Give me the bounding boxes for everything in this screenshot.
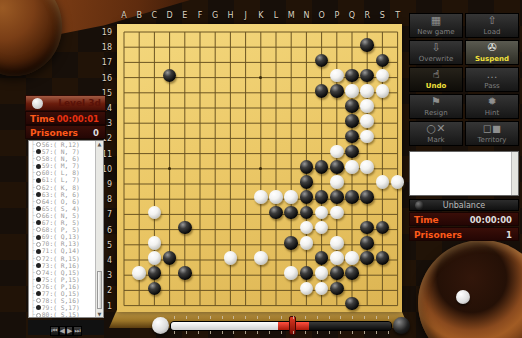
slider-tick (281, 331, 282, 334)
slider-tick (293, 331, 294, 334)
first-move-button[interactable]: ⏮ (50, 326, 58, 336)
white-prisoners-bar: Prisoners 0 (25, 125, 106, 139)
row-label-17: 17 (98, 58, 112, 67)
black-move-icon (36, 263, 41, 268)
resign-icon: ⚑ (410, 95, 462, 109)
white-stone-S9 (376, 175, 390, 189)
black-stone-knob[interactable] (393, 317, 410, 334)
slider-tick (388, 331, 389, 334)
white-stone-P16 (330, 69, 344, 83)
col-label-E: E (179, 11, 191, 20)
move-row-64[interactable]: ├64:( O, 6) (29, 198, 103, 205)
white-move-icon (36, 171, 41, 176)
black-stone-R4 (360, 251, 374, 265)
black-stone-N10 (300, 160, 314, 174)
move-row-79[interactable]: ├79:( S,17) (29, 304, 103, 311)
black-move-icon (36, 192, 41, 197)
suspend-button[interactable]: ✇Suspend (465, 40, 519, 65)
col-label-N: N (300, 11, 312, 20)
undo-button[interactable]: ☝Undo (409, 67, 463, 92)
white-move-icon (36, 185, 41, 190)
slider-tick (222, 331, 223, 334)
slider-tick (376, 331, 377, 334)
unbalance-bar[interactable]: Unbalance (409, 199, 519, 211)
slider-tick (198, 316, 199, 319)
white-stone-R13 (360, 114, 374, 128)
white-stone-K8 (254, 190, 268, 204)
slider-tick (186, 331, 187, 334)
slider-tick (352, 331, 353, 334)
move-row-60[interactable]: ├60:( L, 8) (29, 169, 103, 176)
black-move-icon (36, 249, 41, 254)
move-row-65[interactable]: ├65:( S, 4) (29, 205, 103, 212)
mark-button[interactable]: ○✕Mark (409, 121, 463, 146)
slider-tick (186, 316, 187, 319)
white-stone-K4 (254, 251, 268, 265)
prisoners-value: 1 (506, 230, 512, 240)
black-move-icon (36, 206, 41, 211)
black-stone-Q11 (345, 145, 359, 159)
col-label-M: M (285, 11, 297, 20)
pass-label: Pass (466, 82, 518, 90)
slider-tick (210, 316, 211, 319)
col-label-Q: Q (346, 11, 358, 20)
black-stone-Q14 (345, 99, 359, 113)
move-row-78[interactable]: ├78:( S,16) (29, 297, 103, 304)
black-stone-Q12 (345, 130, 359, 144)
move-row-72[interactable]: ├72:( R,15) (29, 255, 103, 262)
move-row-56[interactable]: ├56:( R,12) (29, 141, 103, 148)
col-label-L: L (270, 11, 282, 20)
white-move-icon (36, 227, 41, 232)
white-stone-P9 (330, 175, 344, 189)
territory-button[interactable]: ◻◼Territory (465, 121, 519, 146)
slider-tick (233, 316, 234, 319)
col-label-K: K (255, 11, 267, 20)
move-row-67[interactable]: ├67:( R, 5) (29, 219, 103, 226)
col-label-F: F (194, 11, 206, 20)
move-row-77[interactable]: ├77:( O,15) (29, 290, 103, 297)
time-value: 00:00:00 (470, 215, 512, 225)
slider-tick (305, 316, 306, 319)
slider-tick (245, 331, 246, 334)
black-stone-P2 (330, 282, 344, 296)
col-label-P: P (331, 11, 343, 20)
white-time-bar: Time 00:00:01 (25, 111, 106, 125)
move-row-73[interactable]: ├73:( R,16) (29, 262, 103, 269)
white-stone-Q15 (345, 84, 359, 98)
slider-tick (352, 316, 353, 319)
black-move-icon (36, 178, 41, 183)
white-stone-R15 (360, 84, 374, 98)
black-stone-E3 (178, 266, 192, 280)
load-button[interactable]: ⇧Load (465, 13, 519, 38)
col-label-C: C (148, 11, 160, 20)
col-label-G: G (209, 11, 221, 20)
time-label: Time (30, 114, 55, 124)
hint-button[interactable]: ✹Hint (465, 94, 519, 119)
move-row-61[interactable]: ├61:( L, 7) (29, 176, 103, 183)
pass-icon: … (466, 68, 518, 82)
white-stone-S15 (376, 84, 390, 98)
slider-tick (174, 316, 175, 319)
prisoners-label: Prisoners (30, 128, 78, 138)
mark-icon: ○✕ (410, 122, 462, 136)
black-stone-C3 (148, 266, 162, 280)
white-stone-M8 (284, 190, 298, 204)
new-game-icon: ▦ (410, 14, 462, 28)
white-stone-L8 (269, 190, 283, 204)
row-label-19: 19 (98, 28, 112, 37)
prisoners-label: Prisoners (414, 230, 462, 240)
black-stone-S4 (376, 251, 390, 265)
slider-tick (257, 316, 258, 319)
slider-tick (257, 331, 258, 334)
row-label-18: 18 (98, 43, 112, 52)
hint-icon: ✹ (466, 95, 518, 109)
time-value: 00:00:01 (57, 114, 99, 124)
black-stone-R8 (360, 190, 374, 204)
black-move-icon (36, 149, 41, 154)
white-move-icon (36, 242, 41, 247)
slider-tick (233, 331, 234, 334)
move-row-63[interactable]: ├63:( R, 6) (29, 191, 103, 198)
white-move-icon (36, 298, 41, 303)
black-stone-E6 (178, 221, 192, 235)
col-label-O: O (316, 11, 328, 20)
slider-tick (317, 331, 318, 334)
slider-tick (293, 316, 294, 319)
black-stone-O15 (315, 84, 329, 98)
slider-tick (317, 316, 318, 319)
move-nav-bar: ⏮◀▶⏭ (28, 320, 104, 335)
black-stone-L7 (269, 206, 283, 220)
suspend-icon: ✇ (466, 41, 518, 55)
load-icon: ⇧ (466, 14, 518, 28)
slider-tick (210, 331, 211, 334)
white-move-icon (36, 213, 41, 218)
black-stone-Q8 (345, 190, 359, 204)
black-stone-P8 (330, 190, 344, 204)
black-stone-N3 (300, 266, 314, 280)
slider-tick (340, 316, 341, 319)
col-label-D: D (164, 11, 176, 20)
black-stone-O4 (315, 251, 329, 265)
time-label: Time (414, 215, 439, 225)
slider-tick (269, 316, 270, 319)
slider-tick (364, 331, 365, 334)
prev-move-button[interactable]: ◀ (59, 326, 66, 336)
white-stone-P5 (330, 236, 344, 250)
go-app-window: { "game": "go", "board": { "size": 19, "… (0, 0, 522, 338)
undo-icon: ☝ (410, 68, 462, 82)
message-box-scrollbar[interactable] (511, 152, 518, 195)
suspend-label: Suspend (466, 55, 518, 63)
slider-tick (388, 316, 389, 319)
slider-tick (269, 331, 270, 334)
territory-icon: ◻◼ (466, 122, 518, 136)
move-row-76[interactable]: ├76:( P,16) (29, 283, 103, 290)
black-stone-N8 (300, 190, 314, 204)
col-label-A: A (118, 11, 130, 20)
prisoners-value: 0 (93, 128, 99, 138)
col-label-R: R (361, 11, 373, 20)
overwrite-label: Overwrite (410, 55, 462, 63)
black-move-icon (36, 220, 41, 225)
slider-tick (364, 316, 365, 319)
slider-tick (340, 331, 341, 334)
move-row-66[interactable]: ├66:( N, 5) (29, 212, 103, 219)
undo-label: Undo (410, 82, 462, 90)
slider-tick (329, 316, 330, 319)
white-player-stone-icon (32, 98, 43, 109)
white-stone-Q10 (345, 160, 359, 174)
slider-tick (222, 316, 223, 319)
white-stone-R14 (360, 99, 374, 113)
row-label-16: 16 (98, 74, 112, 83)
move-row-80[interactable]: ├80:( S,15) (29, 311, 103, 318)
white-stone-P7 (330, 206, 344, 220)
balance-slider[interactable] (152, 314, 410, 338)
pass-button[interactable]: …Pass (465, 67, 519, 92)
white-stone-C4 (148, 251, 162, 265)
slider-tick (281, 316, 282, 319)
go-bowl-top-left (0, 0, 62, 76)
black-move-icon (36, 277, 41, 282)
hint-label: Hint (466, 109, 518, 117)
territory-label: Territory (466, 136, 518, 144)
white-stone-P4 (330, 251, 344, 265)
overwrite-icon: ⇩ (410, 41, 462, 55)
col-label-S: S (376, 11, 388, 20)
new-game-button[interactable]: ▦New game (409, 13, 463, 38)
load-label: Load (466, 28, 518, 36)
col-label-T: T (392, 11, 404, 20)
white-stone-P11 (330, 145, 344, 159)
white-move-icon (36, 256, 41, 261)
white-move-icon (36, 284, 41, 289)
slider-tick (245, 316, 246, 319)
black-stone-Q16 (345, 69, 359, 83)
white-stone-B3 (132, 266, 146, 280)
black-stone-P10 (330, 160, 344, 174)
move-row-59[interactable]: ├59:( M, 7) (29, 162, 103, 169)
black-stone-R5 (360, 236, 374, 250)
go-board[interactable] (117, 24, 402, 312)
black-stone-M5 (284, 236, 298, 250)
white-stone-R12 (360, 130, 374, 144)
slider-tick (305, 331, 306, 334)
move-row-75[interactable]: ├75:( P,15) (29, 276, 103, 283)
move-row-58[interactable]: ├58:( N, 6) (29, 155, 103, 162)
white-stone-Q4 (345, 251, 359, 265)
white-stone-T9 (391, 175, 405, 189)
white-stone-C5 (148, 236, 162, 250)
black-move-icon (36, 164, 41, 169)
move-row-71[interactable]: ├71:( Q,14) (29, 247, 103, 254)
white-move-icon (36, 142, 41, 147)
white-stone-knob[interactable] (152, 317, 169, 334)
white-stone-N5 (300, 236, 314, 250)
white-move-icon (36, 270, 41, 275)
overwrite-button[interactable]: ⇩Overwrite (409, 40, 463, 65)
black-move-icon (36, 305, 41, 310)
move-row-74[interactable]: ├74:( Q,15) (29, 269, 103, 276)
black-stone-P15 (330, 84, 344, 98)
go-bowl-bottom-right (418, 240, 522, 338)
level-bar: Level 3d (25, 95, 106, 111)
resign-button[interactable]: ⚑Resign (409, 94, 463, 119)
scroll-up-icon[interactable]: ▲ (96, 141, 103, 147)
black-stone-R18 (360, 38, 374, 52)
mark-label: Mark (410, 136, 462, 144)
black-stone-Q1 (345, 297, 359, 311)
white-stone-H4 (224, 251, 238, 265)
black-time-bar: Time 00:00:00 (409, 212, 519, 226)
black-stone-Q13 (345, 114, 359, 128)
white-stone-M3 (284, 266, 298, 280)
move-row-68[interactable]: ├68:( P, 5) (29, 226, 103, 233)
black-stone-Q3 (345, 266, 359, 280)
white-move-icon (36, 199, 41, 204)
scrollbar-thumb[interactable] (97, 271, 103, 309)
new-game-label: New game (410, 28, 462, 36)
col-label-J: J (240, 11, 252, 20)
unbalance-label: Unbalance (410, 201, 518, 210)
captured-white-stone (456, 290, 470, 304)
balance-track[interactable] (170, 321, 392, 331)
move-list[interactable]: ├56:( R,12)├57:( N, 7)├58:( N, 6)├59:( M… (28, 140, 104, 318)
black-stone-O10 (315, 160, 329, 174)
move-row-62[interactable]: ├62:( K, 8) (29, 184, 103, 191)
slider-tick (376, 316, 377, 319)
black-stone-M7 (284, 206, 298, 220)
black-stone-P3 (330, 266, 344, 280)
resign-label: Resign (410, 109, 462, 117)
move-row-69[interactable]: ├69:( Q,13) (29, 233, 103, 240)
level-label: Level 3d (58, 98, 101, 108)
message-box[interactable] (409, 151, 519, 196)
col-label-B: B (133, 11, 145, 20)
last-move-button[interactable]: ⏭ (73, 326, 81, 336)
move-list-scrollbar[interactable]: ▲ ▼ (95, 141, 103, 317)
black-prisoners-bar: Prisoners 1 (409, 227, 519, 241)
slider-tick (329, 331, 330, 334)
scroll-down-icon[interactable]: ▼ (96, 311, 103, 317)
slider-tick (174, 331, 175, 334)
slider-tick (198, 331, 199, 334)
col-label-H: H (224, 11, 236, 20)
move-row-57[interactable]: ├57:( N, 7) (29, 148, 103, 155)
black-move-icon (36, 291, 41, 296)
black-stone-N9 (300, 175, 314, 189)
white-move-icon (36, 156, 41, 161)
move-row-70[interactable]: ├70:( R,13) (29, 240, 103, 247)
black-move-icon (36, 235, 41, 240)
white-move-icon (36, 313, 41, 318)
black-stone-D4 (163, 251, 177, 265)
white-stone-R10 (360, 160, 374, 174)
